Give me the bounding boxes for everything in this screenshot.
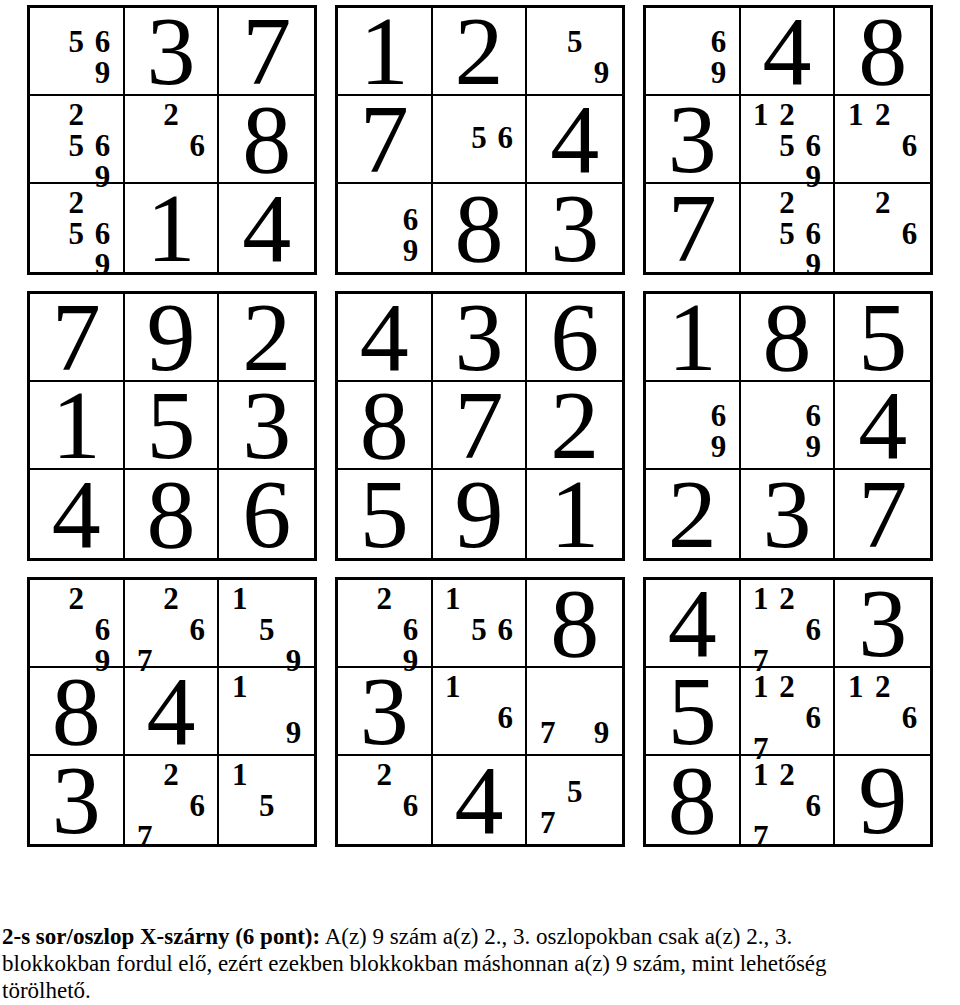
pencil-marks: 79 [527, 668, 622, 754]
candidate-6: 6 [397, 790, 423, 821]
pencil-marks: 26 [125, 96, 218, 182]
cell-r7c9: 3 [835, 580, 930, 668]
pencil-marks: 267 [125, 756, 218, 844]
digit: 3 [668, 99, 717, 179]
cell-r4c5: 3 [433, 294, 528, 382]
candidate-5: 5 [63, 218, 89, 249]
cell-r8c8: 1267 [741, 668, 836, 756]
pencil-marks: 569 [30, 8, 123, 94]
cell-r2c8: 12569 [741, 96, 836, 184]
digit: 6 [550, 297, 599, 377]
candidate-6: 6 [800, 400, 826, 431]
candidate-6: 6 [184, 790, 210, 821]
cell-r9c4: 26 [338, 756, 433, 844]
pencil-marks: 2569 [30, 96, 123, 182]
digit: 4 [242, 188, 291, 268]
pencil-marks: 156 [433, 580, 526, 666]
pencil-marks: 126 [835, 668, 930, 754]
digit: 4 [146, 671, 195, 751]
candidate-9: 9 [800, 431, 826, 462]
digit: 7 [242, 11, 291, 91]
digit: 7 [668, 188, 717, 268]
cell-r7c5: 156 [433, 580, 528, 668]
candidate-2: 2 [774, 187, 800, 218]
box-4: 792153486 [27, 291, 317, 561]
cell-r3c8: 2569 [741, 184, 836, 272]
candidate-5: 5 [253, 790, 280, 821]
digit: 4 [550, 99, 599, 179]
cell-r5c2: 5 [125, 382, 220, 470]
cell-r7c4: 269 [338, 580, 433, 668]
cell-r5c6: 2 [527, 382, 622, 470]
digit: 3 [242, 385, 291, 465]
pencil-marks: 1267 [741, 756, 834, 844]
cell-r2c6: 4 [527, 96, 622, 184]
candidate-1: 1 [226, 759, 253, 790]
digit: 3 [762, 474, 811, 554]
pencil-marks: 69 [338, 184, 431, 272]
cell-r3c9: 26 [835, 184, 930, 272]
candidate-6: 6 [184, 130, 210, 161]
cell-r7c8: 1267 [741, 580, 836, 668]
pencil-marks: 269 [30, 580, 123, 666]
digit: 1 [146, 188, 195, 268]
candidate-1: 1 [748, 671, 774, 702]
digit: 3 [360, 671, 409, 751]
candidate-5: 5 [466, 122, 492, 153]
cell-r1c9: 8 [835, 8, 930, 96]
digit: 9 [454, 474, 503, 554]
candidate-1: 1 [748, 99, 774, 130]
cell-r2c2: 26 [125, 96, 220, 184]
digit: 5 [668, 671, 717, 751]
candidate-6: 6 [800, 702, 826, 733]
cell-r3c2: 1 [125, 184, 220, 272]
cell-r9c9: 9 [835, 756, 930, 844]
digit: 2 [668, 474, 717, 554]
cell-r7c3: 159 [219, 580, 314, 668]
digit: 5 [146, 385, 195, 465]
candidate-6: 6 [397, 204, 423, 235]
candidate-1: 1 [440, 583, 466, 614]
cell-r9c6: 57 [527, 756, 622, 844]
box-8: 26915683167926457 [335, 577, 625, 847]
candidate-9: 9 [397, 235, 423, 266]
digit: 8 [146, 474, 195, 554]
candidate-9: 9 [705, 57, 731, 88]
candidate-6: 6 [89, 130, 115, 161]
cell-r2c7: 3 [646, 96, 741, 184]
cell-r6c6: 1 [527, 470, 622, 558]
pencil-marks: 1267 [741, 668, 834, 754]
cell-r6c1: 4 [30, 470, 125, 558]
cell-r1c2: 3 [125, 8, 220, 96]
candidate-1: 1 [748, 759, 774, 790]
digit: 3 [858, 583, 907, 663]
cell-r2c9: 126 [835, 96, 930, 184]
candidate-6: 6 [184, 614, 210, 645]
digit: 8 [454, 188, 503, 268]
candidate-5: 5 [561, 776, 588, 807]
candidate-6: 6 [705, 400, 731, 431]
digit: 8 [762, 297, 811, 377]
candidate-2: 2 [158, 583, 184, 614]
digit: 5 [858, 297, 907, 377]
cell-r4c2: 9 [125, 294, 220, 382]
digit: 8 [858, 11, 907, 91]
candidate-6: 6 [800, 130, 826, 161]
candidate-6: 6 [89, 218, 115, 249]
cell-r2c5: 56 [433, 96, 528, 184]
cell-r7c7: 4 [646, 580, 741, 668]
digit: 9 [858, 760, 907, 840]
candidate-5: 5 [774, 130, 800, 161]
cell-r5c5: 7 [433, 382, 528, 470]
digit: 8 [360, 385, 409, 465]
cell-r7c2: 267 [125, 580, 220, 668]
candidate-2: 2 [63, 187, 89, 218]
cell-r1c6: 59 [527, 8, 622, 96]
pencil-marks: 15 [219, 756, 314, 844]
candidate-5: 5 [774, 218, 800, 249]
candidate-5: 5 [63, 26, 89, 57]
candidate-2: 2 [774, 759, 800, 790]
sudoku-board: 5693725692682569141259756469836948312569… [27, 5, 933, 847]
cell-r9c7: 8 [646, 756, 741, 844]
cell-r9c2: 267 [125, 756, 220, 844]
pencil-marks: 26 [835, 184, 930, 272]
box-3: 69483125691267256926 [643, 5, 933, 275]
cell-r9c8: 1267 [741, 756, 836, 844]
cell-r6c8: 3 [741, 470, 836, 558]
cell-r1c8: 4 [741, 8, 836, 96]
cell-r1c5: 2 [433, 8, 528, 96]
candidate-2: 2 [774, 671, 800, 702]
cell-r3c3: 4 [219, 184, 314, 272]
caption-line-1: 2-s sor/oszlop X-szárny (6 pont): A(z) 9… [2, 923, 960, 950]
candidate-5: 5 [561, 26, 588, 57]
cell-r5c3: 3 [219, 382, 314, 470]
cell-r8c6: 79 [527, 668, 622, 756]
candidate-1: 1 [842, 99, 869, 130]
pencil-marks: 69 [646, 382, 739, 468]
pencil-marks: 2569 [741, 184, 834, 272]
candidate-6: 6 [896, 702, 923, 733]
candidate-6: 6 [492, 702, 518, 733]
pencil-marks: 267 [125, 580, 218, 666]
cell-r2c4: 7 [338, 96, 433, 184]
digit: 8 [242, 99, 291, 179]
candidate-2: 2 [158, 759, 184, 790]
candidate-6: 6 [492, 614, 518, 645]
candidate-5: 5 [466, 614, 492, 645]
digit: 3 [454, 297, 503, 377]
candidate-1: 1 [842, 671, 869, 702]
candidate-2: 2 [63, 583, 89, 614]
cell-r9c1: 3 [30, 756, 125, 844]
box-9: 41267351267126812679 [643, 577, 933, 847]
candidate-6: 6 [492, 122, 518, 153]
candidate-5: 5 [253, 614, 280, 645]
cell-r6c3: 6 [219, 470, 314, 558]
cell-r9c3: 15 [219, 756, 314, 844]
pencil-marks: 1267 [741, 580, 834, 666]
cell-r8c1: 8 [30, 668, 125, 756]
candidate-9: 9 [588, 57, 615, 88]
candidate-2: 2 [63, 99, 89, 130]
cell-r3c7: 7 [646, 184, 741, 272]
cell-r6c4: 5 [338, 470, 433, 558]
cell-r3c5: 8 [433, 184, 528, 272]
digit: 4 [668, 583, 717, 663]
cell-r2c3: 8 [219, 96, 314, 184]
digit: 7 [52, 297, 101, 377]
cell-r6c5: 9 [433, 470, 528, 558]
pencil-marks: 19 [219, 668, 314, 754]
candidate-9: 9 [89, 57, 115, 88]
digit: 4 [52, 474, 101, 554]
cell-r5c9: 4 [835, 382, 930, 470]
pencil-marks: 12569 [741, 96, 834, 182]
caption-technique: 2-s sor/oszlop X-szárny (6 pont): [2, 924, 320, 949]
candidate-6: 6 [89, 614, 115, 645]
cell-r8c2: 4 [125, 668, 220, 756]
digit: 7 [858, 474, 907, 554]
candidate-9: 9 [280, 717, 307, 748]
cell-r6c2: 8 [125, 470, 220, 558]
pencil-marks: 16 [433, 668, 526, 754]
digit: 3 [52, 760, 101, 840]
cell-r8c3: 19 [219, 668, 314, 756]
candidate-2: 2 [371, 583, 397, 614]
candidate-9: 9 [800, 249, 826, 280]
candidate-6: 6 [896, 218, 923, 249]
cell-r4c1: 7 [30, 294, 125, 382]
candidate-2: 2 [158, 99, 184, 130]
cell-r4c8: 8 [741, 294, 836, 382]
candidate-1: 1 [748, 583, 774, 614]
digit: 7 [454, 385, 503, 465]
cell-r6c7: 2 [646, 470, 741, 558]
cell-r5c1: 1 [30, 382, 125, 470]
candidate-6: 6 [800, 790, 826, 821]
cell-r4c7: 1 [646, 294, 741, 382]
pencil-marks: 26 [338, 756, 431, 844]
candidate-6: 6 [89, 26, 115, 57]
candidate-2: 2 [869, 187, 896, 218]
candidate-2: 2 [869, 99, 896, 130]
candidate-6: 6 [896, 130, 923, 161]
candidate-6: 6 [397, 614, 423, 645]
candidate-1: 1 [226, 671, 253, 702]
digit: 2 [242, 297, 291, 377]
cell-r4c6: 6 [527, 294, 622, 382]
box-5: 436872591 [335, 291, 625, 561]
digit: 4 [858, 385, 907, 465]
digit: 6 [242, 474, 291, 554]
digit: 4 [762, 11, 811, 91]
cell-r9c5: 4 [433, 756, 528, 844]
cell-r8c9: 126 [835, 668, 930, 756]
digit: 3 [550, 188, 599, 268]
candidate-7: 7 [534, 717, 561, 748]
cell-r4c9: 5 [835, 294, 930, 382]
pencil-marks: 2569 [30, 184, 123, 272]
cell-r5c4: 8 [338, 382, 433, 470]
box-7: 2692671598419326715 [27, 577, 317, 847]
box-1: 569372569268256914 [27, 5, 317, 275]
digit: 1 [52, 385, 101, 465]
digit: 3 [146, 11, 195, 91]
caption-line-2: blokkokban fordul elő, ezért ezekben blo… [2, 950, 960, 977]
candidate-6: 6 [800, 218, 826, 249]
cell-r5c7: 69 [646, 382, 741, 470]
candidate-1: 1 [226, 583, 253, 614]
pencil-marks: 57 [527, 756, 622, 844]
candidate-9: 9 [705, 431, 731, 462]
cell-r3c1: 2569 [30, 184, 125, 272]
digit: 4 [360, 297, 409, 377]
cell-r1c4: 1 [338, 8, 433, 96]
digit: 8 [550, 583, 599, 663]
candidate-2: 2 [371, 759, 397, 790]
box-2: 125975646983 [335, 5, 625, 275]
cell-r5c8: 69 [741, 382, 836, 470]
pencil-marks: 126 [835, 96, 930, 182]
cell-r1c1: 569 [30, 8, 125, 96]
cell-r1c7: 69 [646, 8, 741, 96]
caption: 2-s sor/oszlop X-szárny (6 pont): A(z) 9… [2, 923, 960, 1004]
candidate-2: 2 [869, 671, 896, 702]
cell-r2c1: 2569 [30, 96, 125, 184]
caption-line-1-rest: A(z) 9 szám a(z) 2., 3. oszlopokban csak… [320, 924, 792, 949]
digit: 8 [52, 671, 101, 751]
candidate-9: 9 [89, 249, 115, 280]
caption-line-3: törölhető. [2, 977, 960, 1004]
candidate-6: 6 [800, 614, 826, 645]
digit: 8 [668, 760, 717, 840]
digit: 9 [146, 297, 195, 377]
candidate-9: 9 [588, 717, 615, 748]
cell-r4c4: 4 [338, 294, 433, 382]
digit: 2 [550, 385, 599, 465]
digit: 7 [360, 99, 409, 179]
cell-r7c1: 269 [30, 580, 125, 668]
digit: 4 [454, 760, 503, 840]
candidate-7: 7 [132, 821, 158, 852]
cell-r6c9: 7 [835, 470, 930, 558]
candidate-1: 1 [440, 671, 466, 702]
cell-r3c6: 3 [527, 184, 622, 272]
pencil-marks: 59 [527, 8, 622, 94]
candidate-6: 6 [705, 26, 731, 57]
pencil-marks: 159 [219, 580, 314, 666]
digit: 1 [550, 474, 599, 554]
cell-r4c3: 2 [219, 294, 314, 382]
pencil-marks: 56 [433, 96, 526, 182]
cell-r7c6: 8 [527, 580, 622, 668]
candidate-5: 5 [63, 130, 89, 161]
pencil-marks: 69 [741, 382, 834, 468]
cell-r8c7: 5 [646, 668, 741, 756]
cell-r8c4: 3 [338, 668, 433, 756]
cell-r8c5: 16 [433, 668, 528, 756]
candidate-2: 2 [774, 583, 800, 614]
candidate-7: 7 [534, 807, 561, 838]
candidate-7: 7 [748, 821, 774, 852]
digit: 5 [360, 474, 409, 554]
candidate-2: 2 [774, 99, 800, 130]
cell-r3c4: 69 [338, 184, 433, 272]
pencil-marks: 269 [338, 580, 431, 666]
box-6: 18569694237 [643, 291, 933, 561]
digit: 1 [668, 297, 717, 377]
digit: 2 [454, 11, 503, 91]
pencil-marks: 69 [646, 8, 739, 94]
digit: 1 [360, 11, 409, 91]
cell-r1c3: 7 [219, 8, 314, 96]
